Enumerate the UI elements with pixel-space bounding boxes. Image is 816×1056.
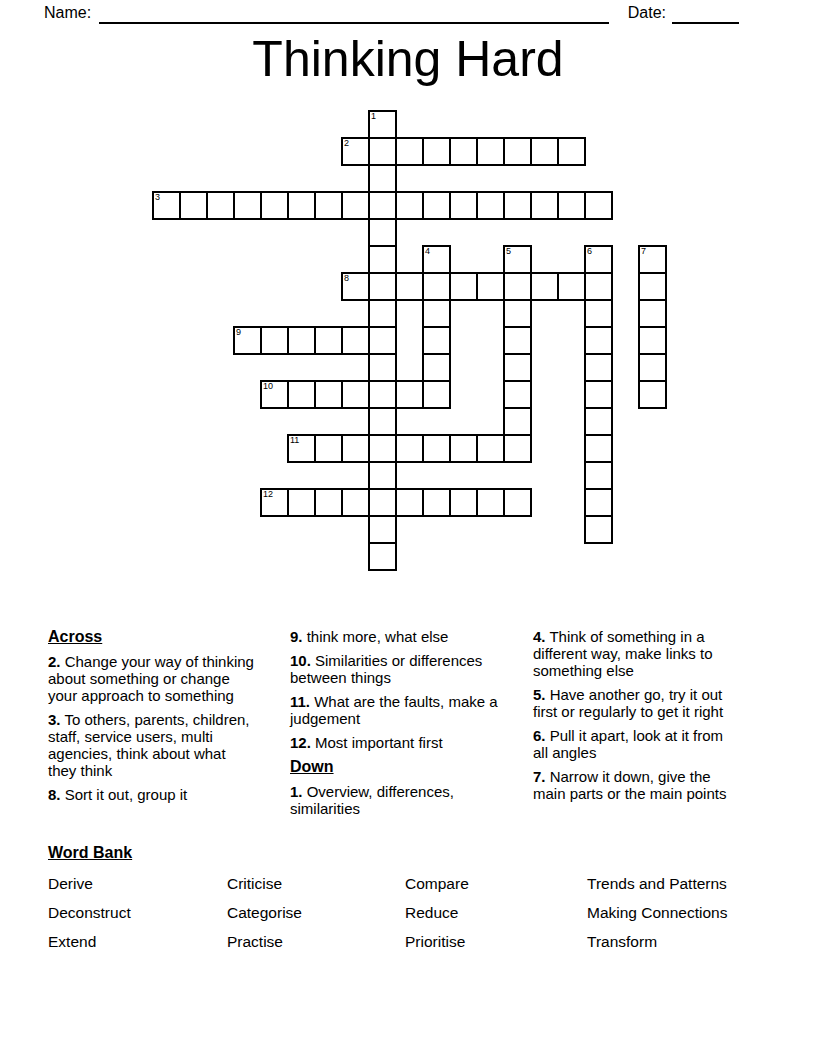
grid-cell-r16c8[interactable] bbox=[368, 542, 397, 571]
name-blank-line bbox=[99, 2, 609, 24]
word-bank-word: Trends and Patterns bbox=[587, 875, 770, 893]
clue-down-6: 6. Pull it apart, look at it from all an… bbox=[533, 727, 735, 761]
grid-cell-r2c8[interactable] bbox=[368, 164, 397, 193]
grid-cell-r3c12[interactable] bbox=[476, 191, 505, 220]
grid-cell-r6c14[interactable] bbox=[530, 272, 559, 301]
clue-down-6-number: 6. bbox=[533, 727, 546, 744]
clue-across-2: 2. Change your way of thinking about som… bbox=[48, 653, 258, 704]
grid-cell-r9c16[interactable] bbox=[584, 353, 613, 382]
word-bank-section: Word Bank DeriveCriticiseCompareTrends a… bbox=[48, 844, 770, 951]
clue-number-11: 11 bbox=[290, 436, 299, 445]
clue-across-3-number: 3. bbox=[48, 711, 61, 728]
clue-down-7: 7. Narrow it down, give the main parts o… bbox=[533, 768, 735, 802]
clue-across-8-number: 8. bbox=[48, 786, 61, 803]
grid-cell-r12c7[interactable] bbox=[341, 434, 370, 463]
grid-cell-r5c18[interactable]: 7 bbox=[638, 245, 667, 274]
grid-cell-r3c15[interactable] bbox=[557, 191, 586, 220]
clue-column-1: Across 2. Change your way of thinking ab… bbox=[48, 628, 258, 810]
clue-number-10: 10 bbox=[263, 382, 273, 391]
clue-across-10-number: 10. bbox=[290, 652, 311, 669]
grid-cell-r5c13[interactable]: 5 bbox=[503, 245, 532, 274]
grid-cell-r3c8[interactable] bbox=[368, 191, 397, 220]
grid-cell-r8c6[interactable] bbox=[314, 326, 343, 355]
grid-cell-r10c18[interactable] bbox=[638, 380, 667, 409]
clue-number-3: 3 bbox=[155, 193, 160, 202]
grid-cell-r1c8[interactable] bbox=[368, 137, 397, 166]
grid-cell-r9c10[interactable] bbox=[422, 353, 451, 382]
grid-cell-r14c10[interactable] bbox=[422, 488, 451, 517]
grid-cell-r1c10[interactable] bbox=[422, 137, 451, 166]
grid-cell-r12c6[interactable] bbox=[314, 434, 343, 463]
grid-cell-r4c8[interactable] bbox=[368, 218, 397, 247]
grid-cell-r6c16[interactable] bbox=[584, 272, 613, 301]
clue-down-5: 5. Have another go, try it out first or … bbox=[533, 686, 735, 720]
grid-cell-r8c3[interactable]: 9 bbox=[233, 326, 262, 355]
grid-cell-r3c4[interactable] bbox=[260, 191, 289, 220]
word-bank-word: Compare bbox=[405, 875, 587, 893]
date-label: Date: bbox=[628, 2, 666, 24]
grid-cell-r14c11[interactable] bbox=[449, 488, 478, 517]
down-header: Down bbox=[290, 758, 500, 776]
clue-column-3: 4. Think of something in a different way… bbox=[533, 628, 735, 809]
grid-cell-r6c7[interactable]: 8 bbox=[341, 272, 370, 301]
clue-number-6: 6 bbox=[587, 247, 592, 256]
grid-cell-r1c12[interactable] bbox=[476, 137, 505, 166]
grid-cell-r1c11[interactable] bbox=[449, 137, 478, 166]
grid-cell-r10c4[interactable]: 10 bbox=[260, 380, 289, 409]
grid-cell-r3c11[interactable] bbox=[449, 191, 478, 220]
grid-cell-r6c12[interactable] bbox=[476, 272, 505, 301]
clue-down-4: 4. Think of something in a different way… bbox=[533, 628, 735, 679]
grid-cell-r7c16[interactable] bbox=[584, 299, 613, 328]
clue-number-8: 8 bbox=[344, 274, 349, 283]
grid-cell-r3c10[interactable] bbox=[422, 191, 451, 220]
crossword-grid: 123456789101112 bbox=[152, 110, 668, 572]
grid-cell-r7c8[interactable] bbox=[368, 299, 397, 328]
grid-cell-r6c10[interactable] bbox=[422, 272, 451, 301]
grid-cell-r15c16[interactable] bbox=[584, 515, 613, 544]
grid-cell-r3c16[interactable] bbox=[584, 191, 613, 220]
grid-cell-r3c1[interactable] bbox=[179, 191, 208, 220]
grid-cell-r8c4[interactable] bbox=[260, 326, 289, 355]
grid-cell-r10c9[interactable] bbox=[395, 380, 424, 409]
word-bank-word: Making Connections bbox=[587, 904, 770, 922]
clue-col-1-clues: 2. Change your way of thinking about som… bbox=[48, 653, 258, 803]
grid-cell-r8c18[interactable] bbox=[638, 326, 667, 355]
name-label: Name: bbox=[44, 2, 91, 24]
grid-cell-r9c18[interactable] bbox=[638, 353, 667, 382]
clue-down-4-number: 4. bbox=[533, 628, 546, 645]
grid-cell-r1c9[interactable] bbox=[395, 137, 424, 166]
word-bank-word: Extend bbox=[48, 933, 227, 951]
grid-cell-r10c13[interactable] bbox=[503, 380, 532, 409]
clue-number-9: 9 bbox=[236, 328, 241, 337]
clue-across-8: 8. Sort it out, group it bbox=[48, 786, 258, 803]
grid-cell-r8c8[interactable] bbox=[368, 326, 397, 355]
grid-cell-r3c7[interactable] bbox=[341, 191, 370, 220]
clue-number-2: 2 bbox=[344, 139, 349, 148]
grid-cell-r10c5[interactable] bbox=[287, 380, 316, 409]
grid-cell-r5c16[interactable]: 6 bbox=[584, 245, 613, 274]
grid-cell-r10c16[interactable] bbox=[584, 380, 613, 409]
grid-cell-r11c8[interactable] bbox=[368, 407, 397, 436]
word-bank-word: Derive bbox=[48, 875, 227, 893]
word-bank-word: Reduce bbox=[405, 904, 587, 922]
clue-across-3: 3. To others, parents, children, staff, … bbox=[48, 711, 258, 779]
grid-cell-r12c5[interactable]: 11 bbox=[287, 434, 316, 463]
grid-cell-r3c2[interactable] bbox=[206, 191, 235, 220]
grid-cell-r14c8[interactable] bbox=[368, 488, 397, 517]
grid-cell-r0c8[interactable]: 1 bbox=[368, 110, 397, 139]
clue-column-2: 9. think more, what else10. Similarities… bbox=[290, 628, 500, 824]
grid-cell-r6c13[interactable] bbox=[503, 272, 532, 301]
grid-cell-r6c9[interactable] bbox=[395, 272, 424, 301]
grid-cell-r11c16[interactable] bbox=[584, 407, 613, 436]
grid-cell-r1c15[interactable] bbox=[557, 137, 586, 166]
clue-number-5: 5 bbox=[506, 247, 511, 256]
grid-cell-r8c13[interactable] bbox=[503, 326, 532, 355]
word-bank-word: Deconstruct bbox=[48, 904, 227, 922]
grid-cell-r10c8[interactable] bbox=[368, 380, 397, 409]
clue-number-7: 7 bbox=[641, 247, 646, 256]
grid-cell-r6c11[interactable] bbox=[449, 272, 478, 301]
word-bank-header: Word Bank bbox=[48, 844, 770, 862]
grid-cell-r13c16[interactable] bbox=[584, 461, 613, 490]
page-title: Thinking Hard bbox=[0, 31, 816, 89]
clue-col-3-clues: 4. Think of something in a different way… bbox=[533, 628, 735, 802]
grid-cell-r12c10[interactable] bbox=[422, 434, 451, 463]
grid-cell-r15c8[interactable] bbox=[368, 515, 397, 544]
clue-across-9: 9. think more, what else bbox=[290, 628, 500, 645]
grid-cell-r3c5[interactable] bbox=[287, 191, 316, 220]
word-bank-word: Practise bbox=[227, 933, 405, 951]
grid-cell-r7c18[interactable] bbox=[638, 299, 667, 328]
grid-cell-r13c8[interactable] bbox=[368, 461, 397, 490]
grid-cell-r12c11[interactable] bbox=[449, 434, 478, 463]
worksheet-header: Name: Date: bbox=[44, 2, 739, 24]
clue-down-7-number: 7. bbox=[533, 768, 546, 785]
grid-cell-r12c9[interactable] bbox=[395, 434, 424, 463]
grid-cell-r12c13[interactable] bbox=[503, 434, 532, 463]
grid-cell-r7c13[interactable] bbox=[503, 299, 532, 328]
grid-cell-r9c13[interactable] bbox=[503, 353, 532, 382]
grid-cell-r3c6[interactable] bbox=[314, 191, 343, 220]
grid-cell-r3c0[interactable]: 3 bbox=[152, 191, 181, 220]
grid-cell-r3c3[interactable] bbox=[233, 191, 262, 220]
grid-cell-r7c10[interactable] bbox=[422, 299, 451, 328]
grid-cell-r3c9[interactable] bbox=[395, 191, 424, 220]
grid-cell-r6c8[interactable] bbox=[368, 272, 397, 301]
grid-cell-r12c12[interactable] bbox=[476, 434, 505, 463]
clue-number-4: 4 bbox=[425, 247, 430, 256]
grid-cell-r14c4[interactable]: 12 bbox=[260, 488, 289, 517]
clue-across-2-number: 2. bbox=[48, 653, 61, 670]
grid-cell-r14c16[interactable] bbox=[584, 488, 613, 517]
word-bank-word: Categorise bbox=[227, 904, 405, 922]
grid-cell-r5c10[interactable]: 4 bbox=[422, 245, 451, 274]
grid-cell-r12c8[interactable] bbox=[368, 434, 397, 463]
grid-cell-r14c6[interactable] bbox=[314, 488, 343, 517]
clue-down-1: 1. Overview, differences, similarities bbox=[290, 783, 500, 817]
grid-cell-r6c15[interactable] bbox=[557, 272, 586, 301]
word-bank-word: Transform bbox=[587, 933, 770, 951]
clue-number-1: 1 bbox=[371, 112, 376, 121]
grid-cell-r8c16[interactable] bbox=[584, 326, 613, 355]
clue-col-2-across-clues: 9. think more, what else10. Similarities… bbox=[290, 628, 500, 751]
grid-cell-r8c10[interactable] bbox=[422, 326, 451, 355]
grid-cell-r14c13[interactable] bbox=[503, 488, 532, 517]
word-bank-word: Criticise bbox=[227, 875, 405, 893]
grid-cell-r14c5[interactable] bbox=[287, 488, 316, 517]
grid-cell-r10c7[interactable] bbox=[341, 380, 370, 409]
grid-cell-r14c9[interactable] bbox=[395, 488, 424, 517]
clue-across-10: 10. Similarities or differences between … bbox=[290, 652, 500, 686]
word-bank-grid: DeriveCriticiseCompareTrends and Pattern… bbox=[48, 875, 770, 951]
clue-down-5-number: 5. bbox=[533, 686, 546, 703]
clue-down-1-number: 1. bbox=[290, 783, 303, 800]
grid-cell-r12c16[interactable] bbox=[584, 434, 613, 463]
clue-across-12: 12. Most important first bbox=[290, 734, 500, 751]
date-blank-line bbox=[672, 2, 739, 24]
grid-cell-r1c13[interactable] bbox=[503, 137, 532, 166]
clue-col-2-down-clues: 1. Overview, differences, similarities bbox=[290, 783, 500, 817]
clue-across-11: 11. What are the faults, make a judgemen… bbox=[290, 693, 500, 727]
grid-cell-r8c5[interactable] bbox=[287, 326, 316, 355]
clue-across-12-number: 12. bbox=[290, 734, 311, 751]
grid-cell-r3c13[interactable] bbox=[503, 191, 532, 220]
clue-across-11-number: 11. bbox=[290, 693, 310, 710]
word-bank-word: Prioritise bbox=[405, 933, 587, 951]
grid-cell-r14c7[interactable] bbox=[341, 488, 370, 517]
across-header: Across bbox=[48, 628, 258, 646]
grid-cell-r5c8[interactable] bbox=[368, 245, 397, 274]
grid-cell-r3c14[interactable] bbox=[530, 191, 559, 220]
grid-cell-r1c7[interactable]: 2 bbox=[341, 137, 370, 166]
grid-cell-r10c6[interactable] bbox=[314, 380, 343, 409]
grid-cell-r6c18[interactable] bbox=[638, 272, 667, 301]
clue-number-12: 12 bbox=[263, 490, 273, 499]
grid-cell-r1c14[interactable] bbox=[530, 137, 559, 166]
grid-cell-r9c8[interactable] bbox=[368, 353, 397, 382]
grid-cell-r11c13[interactable] bbox=[503, 407, 532, 436]
clue-across-9-number: 9. bbox=[290, 628, 303, 645]
grid-cell-r10c10[interactable] bbox=[422, 380, 451, 409]
grid-cell-r8c7[interactable] bbox=[341, 326, 370, 355]
grid-cell-r14c12[interactable] bbox=[476, 488, 505, 517]
